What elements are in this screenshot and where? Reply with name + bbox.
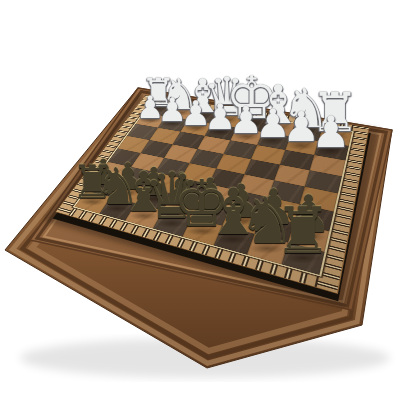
product-photo: ♜♞♝♛♚♝♞♜♟♟♟♟♟♟♟♟♟♟♟♟♟♟♟♟♜♞♝♛♚♝♞♜ chess [0, 0, 400, 400]
piece-bronze-rook: ♜ [274, 199, 331, 263]
piece-silver-pawn: ♟ [312, 111, 351, 154]
